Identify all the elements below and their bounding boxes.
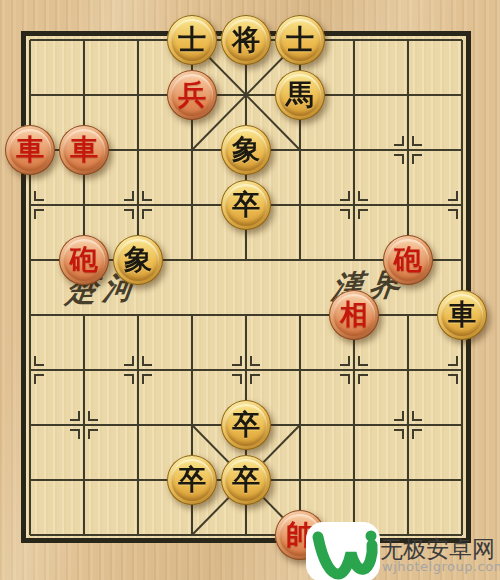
piece-black-soldier-3[interactable]: 卒 [167, 455, 217, 505]
piece-char: 砲 [394, 246, 422, 274]
piece-char: 馬 [286, 81, 314, 109]
piece-char: 砲 [70, 246, 98, 274]
piece-black-general[interactable]: 将 [221, 15, 271, 65]
piece-black-elephant-2[interactable]: 象 [113, 235, 163, 285]
piece-black-soldier-4[interactable]: 卒 [221, 455, 271, 505]
piece-black-elephant-1[interactable]: 象 [221, 125, 271, 175]
piece-char: 相 [340, 301, 368, 329]
piece-char: 将 [232, 26, 260, 54]
piece-black-chariot[interactable]: 車 [437, 290, 487, 340]
piece-black-advisor-2[interactable]: 士 [275, 15, 325, 65]
watermark: 无极安卓网 wjhotelgroup.com [300, 518, 500, 580]
watermark-logo-icon [306, 522, 380, 580]
piece-red-cannon-2[interactable]: 砲 [383, 235, 433, 285]
watermark-site-url: wjhotelgroup.com [382, 559, 500, 574]
piece-char: 象 [124, 246, 152, 274]
piece-char: 卒 [232, 191, 260, 219]
piece-char: 車 [448, 301, 476, 329]
piece-black-soldier-2[interactable]: 卒 [221, 400, 271, 450]
piece-char: 兵 [178, 81, 206, 109]
piece-red-cannon-1[interactable]: 砲 [59, 235, 109, 285]
piece-char: 車 [16, 136, 44, 164]
piece-char: 士 [178, 26, 206, 54]
piece-char: 車 [70, 136, 98, 164]
piece-red-chariot-1[interactable]: 車 [5, 125, 55, 175]
piece-char: 卒 [232, 411, 260, 439]
xiangqi-game-screenshot: 楚河 漢界 士将士兵馬車車象卒砲象砲相車卒卒卒帥 无极安卓网 wjhotelgr… [0, 0, 500, 580]
piece-black-advisor-1[interactable]: 士 [167, 15, 217, 65]
piece-char: 象 [232, 136, 260, 164]
piece-red-soldier[interactable]: 兵 [167, 70, 217, 120]
piece-char: 士 [286, 26, 314, 54]
piece-red-elephant[interactable]: 相 [329, 290, 379, 340]
piece-black-soldier-1[interactable]: 卒 [221, 180, 271, 230]
piece-black-horse[interactable]: 馬 [275, 70, 325, 120]
piece-char: 卒 [178, 466, 206, 494]
piece-red-chariot-2[interactable]: 車 [59, 125, 109, 175]
piece-char: 卒 [232, 466, 260, 494]
